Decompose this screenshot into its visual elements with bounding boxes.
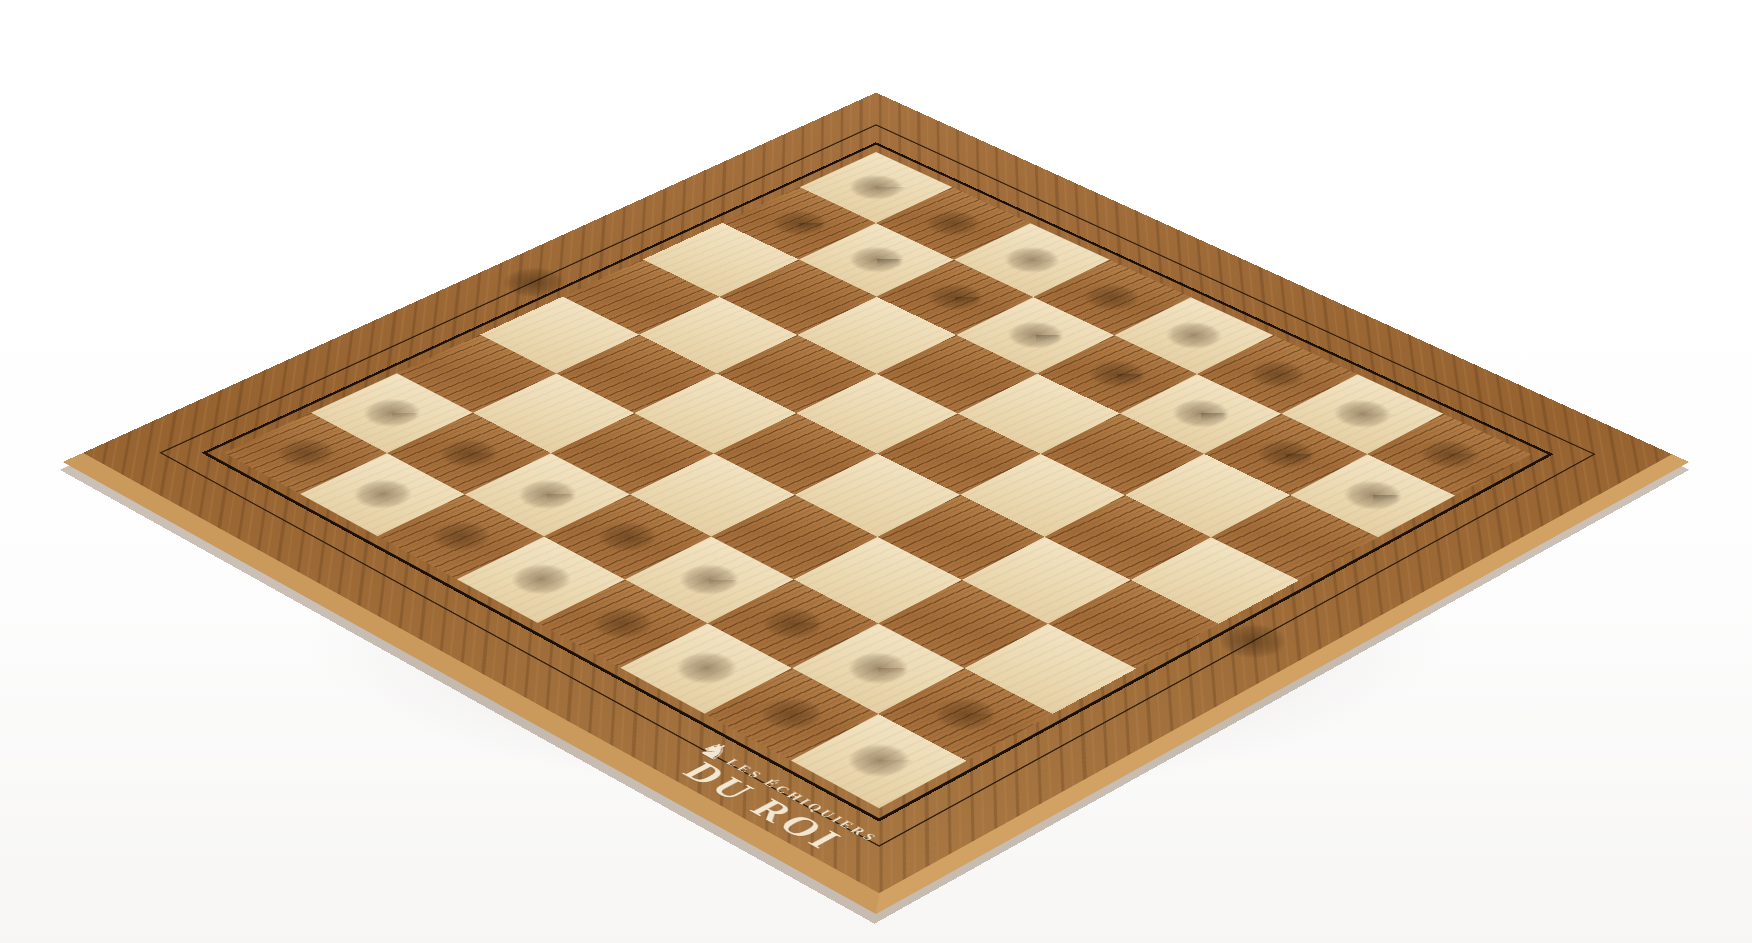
black-pawn-icon: ♟ (1338, 355, 1407, 505)
studio-backdrop: ♜♞♝♛♚♝♞♜♟♟♟♟♟♟♟♟♟♟♟♟♟♟♟♟♜♞♝♛♚♝♞♜ ♛ ♛ ♞ L… (0, 0, 1752, 943)
black-rook-icon: ♜ (1405, 271, 1494, 464)
chess-board: ♜♞♝♛♚♝♞♜♟♟♟♟♟♟♟♟♟♟♟♟♟♟♟♟♜♞♝♛♚♝♞♜ ♛ ♛ ♞ L… (63, 93, 1689, 914)
black-pawn-icon: ♟ (922, 164, 988, 307)
black-pawn-icon: ♟ (1084, 238, 1151, 383)
black-pawn-icon: ♟ (767, 92, 831, 232)
white-queen-icon: ♛ (1195, 399, 1311, 651)
black-queen-icon: ♛ (481, 61, 587, 291)
white-rook-icon: ♜ (831, 563, 927, 771)
black-pawn-icon: ♟ (1002, 201, 1068, 345)
black-pawn-icon: ♟ (844, 128, 909, 269)
white-knight-icon: ♞ (740, 501, 843, 724)
white-pawn-icon: ♟ (929, 567, 1002, 725)
